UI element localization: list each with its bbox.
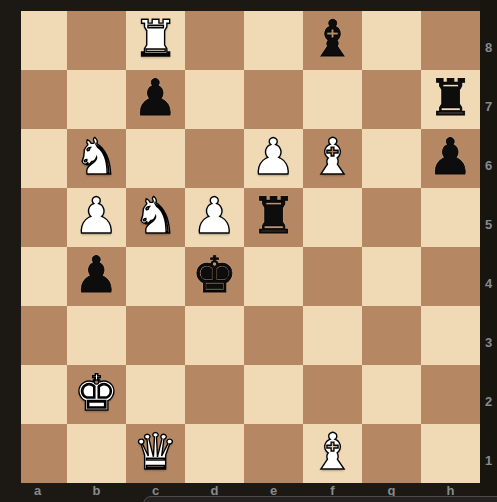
square-c1[interactable]: ♛ <box>126 424 185 483</box>
square-h1[interactable] <box>421 424 480 483</box>
square-g3[interactable] <box>362 306 421 365</box>
square-e5[interactable]: ♜ <box>244 188 303 247</box>
square-h3[interactable] <box>421 306 480 365</box>
square-b3[interactable] <box>67 306 126 365</box>
piece-white-pawn[interactable]: ♟ <box>192 191 237 241</box>
piece-black-pawn[interactable]: ♟ <box>74 250 119 300</box>
piece-black-king[interactable]: ♚ <box>192 250 237 300</box>
square-b2[interactable]: ♚ <box>67 365 126 424</box>
board-margin-top <box>0 0 497 11</box>
square-c5[interactable]: ♞ <box>126 188 185 247</box>
square-e2[interactable] <box>244 365 303 424</box>
square-f7[interactable] <box>303 70 362 129</box>
square-d3[interactable] <box>185 306 244 365</box>
rank-label-4: 4 <box>485 277 492 290</box>
rank-label-7: 7 <box>485 100 492 113</box>
piece-white-knight[interactable]: ♞ <box>133 191 178 241</box>
square-b1[interactable] <box>67 424 126 483</box>
square-d6[interactable] <box>185 129 244 188</box>
square-b8[interactable] <box>67 11 126 70</box>
square-h4[interactable] <box>421 247 480 306</box>
piece-white-king[interactable]: ♚ <box>74 368 119 418</box>
square-c8[interactable]: ♜ <box>126 11 185 70</box>
square-e6[interactable]: ♟ <box>244 129 303 188</box>
square-g7[interactable] <box>362 70 421 129</box>
square-g2[interactable] <box>362 365 421 424</box>
square-c6[interactable] <box>126 129 185 188</box>
square-h8[interactable] <box>421 11 480 70</box>
square-e3[interactable] <box>244 306 303 365</box>
piece-black-rook[interactable]: ♜ <box>428 73 473 123</box>
square-g4[interactable] <box>362 247 421 306</box>
chess-board-screen: ♜♝♟♜♞♟♝♟♟♞♟♜♟♚♚♛♝ 87654321 abcdefgh <box>0 0 497 502</box>
square-d4[interactable]: ♚ <box>185 247 244 306</box>
piece-white-bishop[interactable]: ♝ <box>310 132 355 182</box>
square-e1[interactable] <box>244 424 303 483</box>
bottom-panel-top-edge <box>143 496 497 502</box>
square-e4[interactable] <box>244 247 303 306</box>
piece-white-pawn[interactable]: ♟ <box>251 132 296 182</box>
square-b6[interactable]: ♞ <box>67 129 126 188</box>
rank-label-1: 1 <box>485 454 492 467</box>
board-margin-left <box>0 0 21 502</box>
square-f6[interactable]: ♝ <box>303 129 362 188</box>
square-h2[interactable] <box>421 365 480 424</box>
piece-white-knight[interactable]: ♞ <box>74 132 119 182</box>
square-h5[interactable] <box>421 188 480 247</box>
file-label-a: a <box>34 484 41 497</box>
square-b4[interactable]: ♟ <box>67 247 126 306</box>
square-h6[interactable]: ♟ <box>421 129 480 188</box>
square-g8[interactable] <box>362 11 421 70</box>
rank-label-3: 3 <box>485 336 492 349</box>
square-e7[interactable] <box>244 70 303 129</box>
square-b5[interactable]: ♟ <box>67 188 126 247</box>
rank-coordinates: 87654321 <box>480 11 497 483</box>
square-h7[interactable]: ♜ <box>421 70 480 129</box>
chess-board: ♜♝♟♜♞♟♝♟♟♞♟♜♟♚♚♛♝ <box>8 11 480 483</box>
square-c3[interactable] <box>126 306 185 365</box>
square-d7[interactable] <box>185 70 244 129</box>
square-d1[interactable] <box>185 424 244 483</box>
square-d2[interactable] <box>185 365 244 424</box>
square-b7[interactable] <box>67 70 126 129</box>
piece-black-pawn[interactable]: ♟ <box>428 132 473 182</box>
rank-label-8: 8 <box>485 41 492 54</box>
square-g6[interactable] <box>362 129 421 188</box>
piece-black-pawn[interactable]: ♟ <box>133 73 178 123</box>
rank-label-2: 2 <box>485 395 492 408</box>
piece-black-rook[interactable]: ♜ <box>251 191 296 241</box>
piece-white-bishop[interactable]: ♝ <box>310 427 355 477</box>
square-c4[interactable] <box>126 247 185 306</box>
square-g1[interactable] <box>362 424 421 483</box>
rank-label-6: 6 <box>485 159 492 172</box>
square-d5[interactable]: ♟ <box>185 188 244 247</box>
square-e8[interactable] <box>244 11 303 70</box>
square-f8[interactable]: ♝ <box>303 11 362 70</box>
square-c2[interactable] <box>126 365 185 424</box>
piece-white-queen[interactable]: ♛ <box>133 427 178 477</box>
square-f1[interactable]: ♝ <box>303 424 362 483</box>
square-f2[interactable] <box>303 365 362 424</box>
square-f5[interactable] <box>303 188 362 247</box>
square-g5[interactable] <box>362 188 421 247</box>
piece-white-pawn[interactable]: ♟ <box>74 191 119 241</box>
square-c7[interactable]: ♟ <box>126 70 185 129</box>
square-d8[interactable] <box>185 11 244 70</box>
rank-label-5: 5 <box>485 218 492 231</box>
square-f3[interactable] <box>303 306 362 365</box>
square-f4[interactable] <box>303 247 362 306</box>
piece-white-rook[interactable]: ♜ <box>133 14 178 64</box>
piece-black-bishop[interactable]: ♝ <box>310 14 355 64</box>
file-label-b: b <box>93 484 101 497</box>
